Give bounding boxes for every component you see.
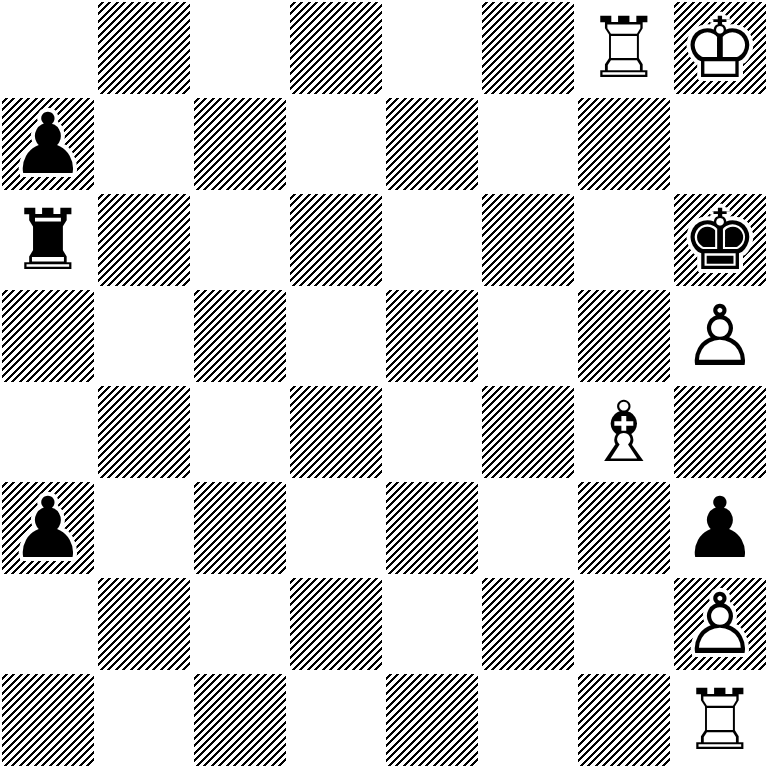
square-e6[interactable] [384, 192, 480, 288]
square-a3[interactable]: ♟︎♟︎ [0, 480, 96, 576]
square-a4[interactable] [0, 384, 96, 480]
piece-white-bishop-g4[interactable]: ♝︎♗︎ [576, 384, 672, 480]
square-f5[interactable] [480, 288, 576, 384]
square-g6[interactable] [576, 192, 672, 288]
square-h8[interactable]: ♚︎♔︎ [672, 0, 768, 96]
white-pawn-icon: ♙︎ [672, 288, 768, 384]
piece-white-pawn-h5[interactable]: ♟︎♙︎ [672, 288, 768, 384]
square-d7[interactable] [288, 96, 384, 192]
piece-white-pawn-h2[interactable]: ♟︎♙︎ [672, 576, 768, 672]
square-b3[interactable] [96, 480, 192, 576]
square-g2[interactable] [576, 576, 672, 672]
square-a7[interactable]: ♟︎♟︎ [0, 96, 96, 192]
square-e4[interactable] [384, 384, 480, 480]
square-d8[interactable] [288, 0, 384, 96]
black-pawn-icon: ♟︎ [672, 480, 768, 576]
square-f7[interactable] [480, 96, 576, 192]
black-pawn-icon: ♟︎ [0, 480, 96, 576]
white-king-icon: ♔︎ [672, 0, 768, 96]
square-h4[interactable] [672, 384, 768, 480]
piece-black-pawn-h3[interactable]: ♟︎♟︎ [672, 480, 768, 576]
square-f8[interactable] [480, 0, 576, 96]
square-e2[interactable] [384, 576, 480, 672]
square-g8[interactable]: ♜︎♖︎ [576, 0, 672, 96]
black-rook-icon: ♜︎ [0, 192, 96, 288]
square-g5[interactable] [576, 288, 672, 384]
black-king-icon: ♚︎ [672, 192, 768, 288]
piece-white-rook-g8[interactable]: ♜︎♖︎ [576, 0, 672, 96]
square-a1[interactable] [0, 672, 96, 768]
square-c2[interactable] [192, 576, 288, 672]
square-e1[interactable] [384, 672, 480, 768]
piece-black-pawn-a3[interactable]: ♟︎♟︎ [0, 480, 96, 576]
square-c1[interactable] [192, 672, 288, 768]
white-pawn-icon: ♙︎ [672, 576, 768, 672]
piece-black-rook-a6[interactable]: ♜︎♜︎ [0, 192, 96, 288]
square-h7[interactable] [672, 96, 768, 192]
square-b7[interactable] [96, 96, 192, 192]
square-e5[interactable] [384, 288, 480, 384]
square-h6[interactable]: ♚︎♚︎ [672, 192, 768, 288]
white-bishop-icon: ♗︎ [576, 384, 672, 480]
square-b4[interactable] [96, 384, 192, 480]
square-f2[interactable] [480, 576, 576, 672]
square-c7[interactable] [192, 96, 288, 192]
square-b2[interactable] [96, 576, 192, 672]
square-d5[interactable] [288, 288, 384, 384]
black-pawn-icon: ♟︎ [0, 96, 96, 192]
square-c3[interactable] [192, 480, 288, 576]
piece-white-king-h8[interactable]: ♚︎♔︎ [672, 0, 768, 96]
square-d2[interactable] [288, 576, 384, 672]
square-g1[interactable] [576, 672, 672, 768]
square-g4[interactable]: ♝︎♗︎ [576, 384, 672, 480]
square-h3[interactable]: ♟︎♟︎ [672, 480, 768, 576]
square-c4[interactable] [192, 384, 288, 480]
square-c8[interactable] [192, 0, 288, 96]
square-a2[interactable] [0, 576, 96, 672]
square-f3[interactable] [480, 480, 576, 576]
square-e8[interactable] [384, 0, 480, 96]
square-d3[interactable] [288, 480, 384, 576]
square-g7[interactable] [576, 96, 672, 192]
square-d1[interactable] [288, 672, 384, 768]
square-a6[interactable]: ♜︎♜︎ [0, 192, 96, 288]
white-rook-icon: ♖︎ [576, 0, 672, 96]
piece-black-pawn-a7[interactable]: ♟︎♟︎ [0, 96, 96, 192]
white-rook-icon: ♖︎ [672, 672, 768, 768]
square-h2[interactable]: ♟︎♙︎ [672, 576, 768, 672]
square-b8[interactable] [96, 0, 192, 96]
square-h5[interactable]: ♟︎♙︎ [672, 288, 768, 384]
square-b5[interactable] [96, 288, 192, 384]
square-f1[interactable] [480, 672, 576, 768]
square-h1[interactable]: ♜︎♖︎ [672, 672, 768, 768]
square-e3[interactable] [384, 480, 480, 576]
square-g3[interactable] [576, 480, 672, 576]
chess-board: ♜︎♖︎♚︎♔︎♟︎♟︎♜︎♜︎♚︎♚︎♟︎♙︎♝︎♗︎♟︎♟︎♟︎♟︎♟︎♙︎… [0, 0, 768, 768]
piece-black-king-h6[interactable]: ♚︎♚︎ [672, 192, 768, 288]
square-e7[interactable] [384, 96, 480, 192]
piece-white-rook-h1[interactable]: ♜︎♖︎ [672, 672, 768, 768]
square-d4[interactable] [288, 384, 384, 480]
square-f6[interactable] [480, 192, 576, 288]
square-b6[interactable] [96, 192, 192, 288]
square-a8[interactable] [0, 0, 96, 96]
square-f4[interactable] [480, 384, 576, 480]
square-c6[interactable] [192, 192, 288, 288]
square-a5[interactable] [0, 288, 96, 384]
square-d6[interactable] [288, 192, 384, 288]
square-b1[interactable] [96, 672, 192, 768]
square-c5[interactable] [192, 288, 288, 384]
